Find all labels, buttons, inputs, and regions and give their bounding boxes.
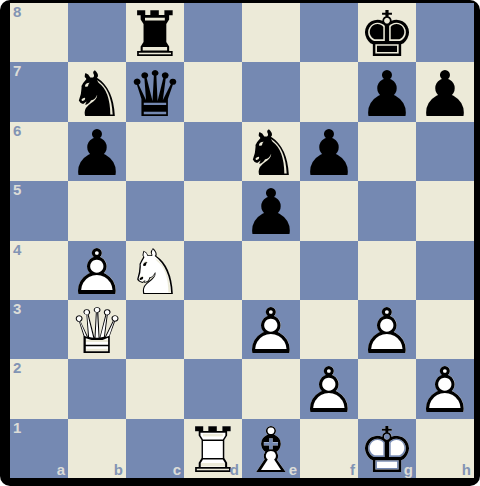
square-h3[interactable] [416, 300, 474, 359]
square-h7[interactable]: ♟ [416, 62, 474, 121]
square-a3[interactable]: 3 [10, 300, 68, 359]
black-pawn[interactable]: ♟ [416, 62, 474, 121]
square-f3[interactable] [300, 300, 358, 359]
rank-label-5: 5 [13, 181, 21, 199]
file-label-f: f [350, 461, 355, 478]
square-e2[interactable] [242, 359, 300, 418]
board-frame: 8♜♚7♞♛♟♟6♟♞♟5♟4♟♙♞♘3♛♕♟♙♟♙2♟♙♟♙1abcd♜♖e♝… [0, 0, 480, 486]
square-c5[interactable] [126, 181, 184, 240]
square-e4[interactable] [242, 241, 300, 300]
square-d1[interactable]: d♜♖ [184, 419, 242, 478]
square-e8[interactable] [242, 3, 300, 62]
rank-label-3: 3 [13, 300, 21, 318]
black-knight[interactable]: ♞ [68, 62, 126, 121]
square-e1[interactable]: e♝♗ [242, 419, 300, 478]
square-a2[interactable]: 2 [10, 359, 68, 418]
square-g7[interactable]: ♟ [358, 62, 416, 121]
chess-board: 8♜♚7♞♛♟♟6♟♞♟5♟4♟♙♞♘3♛♕♟♙♟♙2♟♙♟♙1abcd♜♖e♝… [10, 3, 474, 478]
file-label-c: c [173, 461, 181, 478]
square-a5[interactable]: 5 [10, 181, 68, 240]
square-c7[interactable]: ♛ [126, 62, 184, 121]
piece-fill-layer: ♛ [126, 64, 184, 123]
rank-label-6: 6 [13, 122, 21, 140]
square-b8[interactable] [68, 3, 126, 62]
piece-outline-layer: ♙ [242, 302, 300, 361]
piece-outline-layer: ♙ [416, 361, 474, 420]
square-b1[interactable]: b [68, 419, 126, 478]
square-h6[interactable] [416, 122, 474, 181]
rank-label-8: 8 [13, 3, 21, 21]
square-e3[interactable]: ♟♙ [242, 300, 300, 359]
file-label-b: b [114, 461, 123, 478]
white-knight[interactable]: ♞♘ [126, 241, 184, 300]
square-b6[interactable]: ♟ [68, 122, 126, 181]
square-b7[interactable]: ♞ [68, 62, 126, 121]
piece-fill-layer: ♟ [68, 124, 126, 183]
white-pawn[interactable]: ♟♙ [242, 300, 300, 359]
square-g5[interactable] [358, 181, 416, 240]
piece-outline-layer: ♙ [68, 243, 126, 302]
square-b5[interactable] [68, 181, 126, 240]
square-h5[interactable] [416, 181, 474, 240]
square-h1[interactable]: h [416, 419, 474, 478]
square-b2[interactable] [68, 359, 126, 418]
square-f1[interactable]: f [300, 419, 358, 478]
square-g3[interactable]: ♟♙ [358, 300, 416, 359]
square-g6[interactable] [358, 122, 416, 181]
square-c4[interactable]: ♞♘ [126, 241, 184, 300]
square-e5[interactable]: ♟ [242, 181, 300, 240]
square-d3[interactable] [184, 300, 242, 359]
square-f6[interactable]: ♟ [300, 122, 358, 181]
square-a1[interactable]: 1a [10, 419, 68, 478]
square-d8[interactable] [184, 3, 242, 62]
piece-fill-layer: ♟ [300, 124, 358, 183]
square-c2[interactable] [126, 359, 184, 418]
piece-fill-layer: ♟ [416, 64, 474, 123]
file-label-g: g [404, 461, 413, 478]
square-f2[interactable]: ♟♙ [300, 359, 358, 418]
square-a7[interactable]: 7 [10, 62, 68, 121]
piece-fill-layer: ♟ [358, 64, 416, 123]
square-g1[interactable]: g♚♔ [358, 419, 416, 478]
square-c8[interactable]: ♜ [126, 3, 184, 62]
file-label-e: e [289, 461, 297, 478]
white-pawn[interactable]: ♟♙ [300, 359, 358, 418]
square-e7[interactable] [242, 62, 300, 121]
square-h2[interactable]: ♟♙ [416, 359, 474, 418]
square-d4[interactable] [184, 241, 242, 300]
rank-label-7: 7 [13, 62, 21, 80]
black-pawn[interactable]: ♟ [358, 62, 416, 121]
piece-outline-layer: ♕ [68, 302, 126, 361]
rank-label-4: 4 [13, 241, 21, 259]
square-d7[interactable] [184, 62, 242, 121]
square-h8[interactable] [416, 3, 474, 62]
square-b3[interactable]: ♛♕ [68, 300, 126, 359]
square-h4[interactable] [416, 241, 474, 300]
square-c6[interactable] [126, 122, 184, 181]
rank-label-1: 1 [13, 419, 21, 437]
square-f8[interactable] [300, 3, 358, 62]
file-label-h: h [462, 461, 471, 478]
white-pawn[interactable]: ♟♙ [416, 359, 474, 418]
piece-outline-layer: ♙ [300, 361, 358, 420]
piece-fill-layer: ♞ [242, 124, 300, 183]
square-b4[interactable]: ♟♙ [68, 241, 126, 300]
square-c1[interactable]: c [126, 419, 184, 478]
piece-fill-layer: ♞ [68, 64, 126, 123]
square-a4[interactable]: 4 [10, 241, 68, 300]
black-pawn[interactable]: ♟ [68, 122, 126, 181]
file-label-d: d [230, 461, 239, 478]
black-pawn[interactable]: ♟ [300, 122, 358, 181]
square-d2[interactable] [184, 359, 242, 418]
white-pawn[interactable]: ♟♙ [68, 241, 126, 300]
piece-outline-layer: ♘ [126, 243, 184, 302]
black-rook[interactable]: ♜ [126, 3, 184, 62]
piece-fill-layer: ♟ [242, 183, 300, 242]
square-f5[interactable] [300, 181, 358, 240]
white-pawn[interactable]: ♟♙ [358, 300, 416, 359]
square-f4[interactable] [300, 241, 358, 300]
black-king[interactable]: ♚ [358, 3, 416, 62]
white-queen[interactable]: ♛♕ [68, 300, 126, 359]
piece-outline-layer: ♙ [358, 302, 416, 361]
file-label-a: a [57, 461, 65, 478]
square-a8[interactable]: 8 [10, 3, 68, 62]
square-d6[interactable] [184, 122, 242, 181]
square-g2[interactable] [358, 359, 416, 418]
piece-fill-layer: ♚ [358, 5, 416, 64]
square-e6[interactable]: ♞ [242, 122, 300, 181]
square-a6[interactable]: 6 [10, 122, 68, 181]
black-knight[interactable]: ♞ [242, 122, 300, 181]
square-f7[interactable] [300, 62, 358, 121]
square-c3[interactable] [126, 300, 184, 359]
square-g8[interactable]: ♚ [358, 3, 416, 62]
rank-label-2: 2 [13, 359, 21, 377]
square-d5[interactable] [184, 181, 242, 240]
piece-fill-layer: ♜ [126, 5, 184, 64]
black-pawn[interactable]: ♟ [242, 181, 300, 240]
square-g4[interactable] [358, 241, 416, 300]
black-queen[interactable]: ♛ [126, 62, 184, 121]
